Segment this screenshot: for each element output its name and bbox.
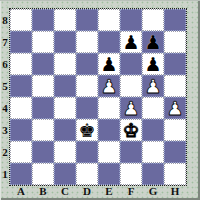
rank-label-8: 8 — [0, 9, 10, 31]
piece-white-pawn[interactable]: ♟ — [122, 97, 139, 119]
square-b3[interactable] — [32, 119, 54, 141]
square-h2[interactable] — [164, 141, 186, 163]
square-f4[interactable]: ♟ — [120, 97, 142, 119]
square-c6[interactable] — [54, 53, 76, 75]
square-f6[interactable] — [120, 53, 142, 75]
square-d3[interactable]: ♚ — [76, 119, 98, 141]
square-b7[interactable] — [32, 31, 54, 53]
square-h6[interactable] — [164, 53, 186, 75]
square-c3[interactable] — [54, 119, 76, 141]
square-f1[interactable] — [120, 163, 142, 185]
piece-black-king[interactable]: ♚ — [78, 119, 95, 141]
square-a7[interactable] — [10, 31, 32, 53]
file-label-f: F — [120, 184, 142, 198]
square-g3[interactable] — [142, 119, 164, 141]
file-label-c: C — [54, 184, 76, 198]
rank-label-4: 4 — [0, 97, 10, 119]
rank-label-6: 6 — [0, 53, 10, 75]
square-a4[interactable] — [10, 97, 32, 119]
square-h4[interactable]: ♟ — [164, 97, 186, 119]
square-b2[interactable] — [32, 141, 54, 163]
square-c2[interactable] — [54, 141, 76, 163]
square-g8[interactable] — [142, 9, 164, 31]
square-g5[interactable]: ♟ — [142, 75, 164, 97]
square-h8[interactable] — [164, 9, 186, 31]
square-f2[interactable] — [120, 141, 142, 163]
piece-black-pawn[interactable]: ♟ — [144, 31, 161, 53]
square-f3[interactable]: ♚ — [120, 119, 142, 141]
square-a2[interactable] — [10, 141, 32, 163]
square-e5[interactable]: ♟ — [98, 75, 120, 97]
rank-label-1: 1 — [0, 163, 10, 185]
rank-label-7: 7 — [0, 31, 10, 53]
square-d4[interactable] — [76, 97, 98, 119]
square-c7[interactable] — [54, 31, 76, 53]
square-e3[interactable] — [98, 119, 120, 141]
rank-labels: 87654321 — [0, 9, 10, 185]
square-a6[interactable] — [10, 53, 32, 75]
square-d1[interactable] — [76, 163, 98, 185]
square-h7[interactable] — [164, 31, 186, 53]
square-b1[interactable] — [32, 163, 54, 185]
piece-white-pawn[interactable]: ♟ — [166, 97, 183, 119]
rank-label-5: 5 — [0, 75, 10, 97]
square-c8[interactable] — [54, 9, 76, 31]
square-c1[interactable] — [54, 163, 76, 185]
square-d5[interactable] — [76, 75, 98, 97]
square-e4[interactable] — [98, 97, 120, 119]
square-c4[interactable] — [54, 97, 76, 119]
square-h3[interactable] — [164, 119, 186, 141]
piece-black-pawn[interactable]: ♟ — [144, 53, 161, 75]
chess-board[interactable]: ♟♟♟♟♟♟♟♟♚♚ — [10, 9, 186, 185]
square-f7[interactable]: ♟ — [120, 31, 142, 53]
square-e7[interactable] — [98, 31, 120, 53]
square-a5[interactable] — [10, 75, 32, 97]
piece-white-king[interactable]: ♚ — [122, 119, 139, 141]
file-label-d: D — [76, 184, 98, 198]
rank-label-2: 2 — [0, 141, 10, 163]
square-d2[interactable] — [76, 141, 98, 163]
square-a8[interactable] — [10, 9, 32, 31]
square-g4[interactable] — [142, 97, 164, 119]
file-label-h: H — [164, 184, 186, 198]
square-d8[interactable] — [76, 9, 98, 31]
square-g6[interactable]: ♟ — [142, 53, 164, 75]
square-b6[interactable] — [32, 53, 54, 75]
square-a3[interactable] — [10, 119, 32, 141]
file-label-e: E — [98, 184, 120, 198]
piece-white-pawn[interactable]: ♟ — [144, 75, 161, 97]
piece-black-pawn[interactable]: ♟ — [122, 31, 139, 53]
square-f5[interactable] — [120, 75, 142, 97]
square-e1[interactable] — [98, 163, 120, 185]
square-e8[interactable] — [98, 9, 120, 31]
square-e2[interactable] — [98, 141, 120, 163]
square-a1[interactable] — [10, 163, 32, 185]
file-label-a: A — [10, 184, 32, 198]
square-g7[interactable]: ♟ — [142, 31, 164, 53]
rank-label-3: 3 — [0, 119, 10, 141]
piece-black-pawn[interactable]: ♟ — [100, 53, 117, 75]
square-b5[interactable] — [32, 75, 54, 97]
board-frame: 87654321 ♟♟♟♟♟♟♟♟♚♚ ABCDEFGH — [0, 0, 200, 200]
square-d7[interactable] — [76, 31, 98, 53]
file-labels: ABCDEFGH — [10, 184, 186, 198]
square-h1[interactable] — [164, 163, 186, 185]
square-g2[interactable] — [142, 141, 164, 163]
square-c5[interactable] — [54, 75, 76, 97]
square-h5[interactable] — [164, 75, 186, 97]
piece-white-pawn[interactable]: ♟ — [100, 75, 117, 97]
square-f8[interactable] — [120, 9, 142, 31]
square-d6[interactable] — [76, 53, 98, 75]
file-label-b: B — [32, 184, 54, 198]
square-b4[interactable] — [32, 97, 54, 119]
square-b8[interactable] — [32, 9, 54, 31]
square-g1[interactable] — [142, 163, 164, 185]
square-e6[interactable]: ♟ — [98, 53, 120, 75]
file-label-g: G — [142, 184, 164, 198]
